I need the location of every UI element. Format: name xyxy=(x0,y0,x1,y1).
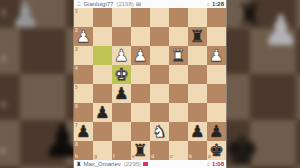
square-d3[interactable] xyxy=(150,46,169,65)
square-f8[interactable]: f xyxy=(112,141,131,160)
bottom-player-name[interactable]: Max_Omariev xyxy=(83,160,120,168)
square-g8[interactable]: g xyxy=(93,141,112,160)
square-d5[interactable] xyxy=(150,84,169,103)
square-h4[interactable]: 4 xyxy=(74,65,93,84)
menu-icon: ≡ xyxy=(207,0,210,8)
square-c2[interactable] xyxy=(169,27,188,46)
square-e6[interactable] xyxy=(131,103,150,122)
background-rank-label-6: 6 xyxy=(1,146,5,155)
square-a5[interactable] xyxy=(207,84,226,103)
rank-label-8: 8 xyxy=(75,142,78,147)
bottom-player-rating: (2295) xyxy=(124,160,141,168)
file-label-b: b xyxy=(189,154,192,159)
white-player-piece-icon: ♖ xyxy=(76,0,81,8)
square-f4[interactable]: ♚ xyxy=(112,65,131,84)
file-label-d: d xyxy=(151,154,154,159)
blurred-black-king: ♚ xyxy=(224,130,260,168)
background-rank-label-5: 5 xyxy=(1,100,5,109)
square-b6[interactable] xyxy=(188,103,207,122)
background-rank-label-4: 4 xyxy=(1,54,5,63)
top-player-rating: (2198) xyxy=(116,0,133,8)
square-b7[interactable]: ♟ xyxy=(188,122,207,141)
square-g2[interactable] xyxy=(93,27,112,46)
blurred-black-rook: ♜ xyxy=(236,0,263,30)
square-b5[interactable] xyxy=(188,84,207,103)
top-player-flag-icon xyxy=(136,2,141,6)
file-label-a: a xyxy=(208,154,211,159)
square-h7[interactable]: ♟7 xyxy=(74,122,93,141)
square-c5[interactable] xyxy=(169,84,188,103)
square-a2[interactable] xyxy=(207,27,226,46)
file-label-h: h xyxy=(75,154,78,159)
file-label-f: f xyxy=(113,154,115,159)
app-screen: ♟♜♟♟♚3456 ♖ Gianluigi77 (2198) ≡ 1:28 1♟… xyxy=(0,0,300,168)
rank-label-2: 2 xyxy=(75,28,78,33)
square-h6[interactable]: 6 xyxy=(74,103,93,122)
blurred-grey-pawn: ♟ xyxy=(10,0,40,32)
square-a4[interactable] xyxy=(207,65,226,84)
bottom-player-clock: 1:08 xyxy=(212,160,224,168)
square-g7[interactable] xyxy=(93,122,112,141)
file-label-e: e xyxy=(132,154,135,159)
square-e8[interactable]: ♜e xyxy=(131,141,150,160)
square-c8[interactable]: c xyxy=(169,141,188,160)
square-d4[interactable] xyxy=(150,65,169,84)
square-e4[interactable] xyxy=(131,65,150,84)
square-e2[interactable] xyxy=(131,27,150,46)
game-panel: ♖ Gianluigi77 (2198) ≡ 1:28 1♟2♜3♟♟♜♟4♚5… xyxy=(74,0,226,168)
top-player-bar: ♖ Gianluigi77 (2198) ≡ 1:28 xyxy=(74,0,226,8)
square-d2[interactable] xyxy=(150,27,169,46)
square-e1[interactable] xyxy=(131,8,150,27)
file-label-g: g xyxy=(94,154,97,159)
square-d1[interactable] xyxy=(150,8,169,27)
square-d8[interactable]: d xyxy=(150,141,169,160)
square-d7[interactable]: ♞ xyxy=(150,122,169,141)
square-f1[interactable] xyxy=(112,8,131,27)
bottom-player-flag-icon xyxy=(143,162,148,166)
black-rook: ♜ xyxy=(188,27,207,46)
square-b1[interactable] xyxy=(188,8,207,27)
black-pawn: ♟ xyxy=(93,103,112,122)
top-player-name[interactable]: Gianluigi77 xyxy=(83,0,113,8)
square-e7[interactable] xyxy=(131,122,150,141)
square-h3[interactable]: 3 xyxy=(74,46,93,65)
menu-icon: ≡ xyxy=(207,160,210,168)
square-d6[interactable] xyxy=(150,103,169,122)
black-pawn: ♟ xyxy=(112,84,131,103)
white-knight: ♞ xyxy=(150,122,169,141)
square-b2[interactable]: ♜ xyxy=(188,27,207,46)
rank-label-4: 4 xyxy=(75,66,78,71)
square-g3[interactable] xyxy=(93,46,112,65)
black-pawn: ♟ xyxy=(188,122,207,141)
square-b8[interactable]: b xyxy=(188,141,207,160)
white-pawn: ♟ xyxy=(207,46,226,65)
square-a1[interactable] xyxy=(207,8,226,27)
square-b3[interactable] xyxy=(188,46,207,65)
top-player-clock: 1:28 xyxy=(212,0,224,8)
rank-label-7: 7 xyxy=(75,123,78,128)
square-g5[interactable] xyxy=(93,84,112,103)
white-king: ♚ xyxy=(112,65,131,84)
square-h5[interactable]: 5 xyxy=(74,84,93,103)
square-g6[interactable]: ♟ xyxy=(93,103,112,122)
square-c3[interactable]: ♜ xyxy=(169,46,188,65)
square-c4[interactable] xyxy=(169,65,188,84)
square-f7[interactable] xyxy=(112,122,131,141)
square-f6[interactable] xyxy=(112,103,131,122)
file-label-c: c xyxy=(170,154,173,159)
square-h2[interactable]: ♟2 xyxy=(74,27,93,46)
square-f2[interactable] xyxy=(112,27,131,46)
square-a6[interactable] xyxy=(207,103,226,122)
square-a8[interactable]: ♚a xyxy=(207,141,226,160)
rank-label-5: 5 xyxy=(75,85,78,90)
square-c1[interactable] xyxy=(169,8,188,27)
square-a3[interactable]: ♟ xyxy=(207,46,226,65)
white-rook: ♜ xyxy=(169,46,188,65)
chess-board[interactable]: 1♟2♜3♟♟♜♟4♚5♟6♟♟7♞♟♟8hgf♜edcb♚a xyxy=(74,8,226,160)
square-f5[interactable]: ♟ xyxy=(112,84,131,103)
square-f3[interactable]: ♟ xyxy=(112,46,131,65)
square-c7[interactable] xyxy=(169,122,188,141)
blurred-grey-pawn: ♟ xyxy=(262,10,300,52)
square-h8[interactable]: 8h xyxy=(74,141,93,160)
square-b4[interactable] xyxy=(188,65,207,84)
rank-label-1: 1 xyxy=(75,9,78,14)
square-g4[interactable] xyxy=(93,65,112,84)
square-c6[interactable] xyxy=(169,103,188,122)
black-player-piece-icon: ♜ xyxy=(76,160,81,168)
square-e5[interactable] xyxy=(131,84,150,103)
white-pawn: ♟ xyxy=(131,46,150,65)
background-rank-label-3: 3 xyxy=(1,8,5,17)
bottom-player-bar: ♜ Max_Omariev (2295) ≡ 1:08 xyxy=(74,160,226,168)
black-pawn: ♟ xyxy=(207,122,226,141)
white-pawn: ♟ xyxy=(112,46,131,65)
rank-label-6: 6 xyxy=(75,104,78,109)
square-a7[interactable]: ♟ xyxy=(207,122,226,141)
rank-label-3: 3 xyxy=(75,47,78,52)
square-e3[interactable]: ♟ xyxy=(131,46,150,65)
square-h1[interactable]: 1 xyxy=(74,8,93,27)
square-g1[interactable] xyxy=(93,8,112,27)
